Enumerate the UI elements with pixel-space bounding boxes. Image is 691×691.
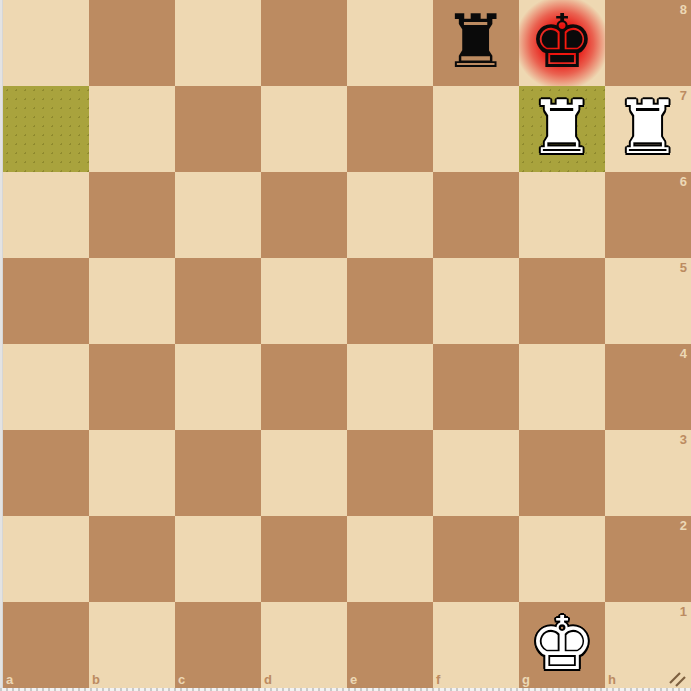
black-king[interactable]: ♚ bbox=[519, 0, 605, 86]
file-label-f: f bbox=[436, 673, 440, 686]
square-c5[interactable] bbox=[175, 258, 261, 344]
square-f6[interactable] bbox=[433, 172, 519, 258]
square-a5[interactable] bbox=[3, 258, 89, 344]
rank-label-6: 6 bbox=[680, 175, 687, 188]
square-h6[interactable]: 6 bbox=[605, 172, 691, 258]
white-rook[interactable]: ♜ bbox=[605, 86, 691, 172]
square-b2[interactable] bbox=[89, 516, 175, 602]
square-e3[interactable] bbox=[347, 430, 433, 516]
square-a7[interactable] bbox=[3, 86, 89, 172]
square-f7[interactable] bbox=[433, 86, 519, 172]
square-c2[interactable] bbox=[175, 516, 261, 602]
square-f5[interactable] bbox=[433, 258, 519, 344]
square-d7[interactable] bbox=[261, 86, 347, 172]
square-b1[interactable]: b bbox=[89, 602, 175, 688]
square-h8[interactable]: 8 bbox=[605, 0, 691, 86]
square-b7[interactable] bbox=[89, 86, 175, 172]
file-label-b: b bbox=[92, 673, 100, 686]
square-e8[interactable] bbox=[347, 0, 433, 86]
rank-label-2: 2 bbox=[680, 519, 687, 532]
square-e6[interactable] bbox=[347, 172, 433, 258]
square-h2[interactable]: 2 bbox=[605, 516, 691, 602]
rank-label-1: 1 bbox=[680, 605, 687, 618]
square-d8[interactable] bbox=[261, 0, 347, 86]
square-g1[interactable]: ♚g bbox=[519, 602, 605, 688]
square-f1[interactable]: f bbox=[433, 602, 519, 688]
square-d2[interactable] bbox=[261, 516, 347, 602]
square-a3[interactable] bbox=[3, 430, 89, 516]
square-g3[interactable] bbox=[519, 430, 605, 516]
square-a8[interactable] bbox=[3, 0, 89, 86]
square-h3[interactable]: 3 bbox=[605, 430, 691, 516]
square-d6[interactable] bbox=[261, 172, 347, 258]
square-a1[interactable]: a bbox=[3, 602, 89, 688]
white-rook[interactable]: ♜ bbox=[519, 86, 605, 172]
square-c8[interactable] bbox=[175, 0, 261, 86]
square-h4[interactable]: 4 bbox=[605, 344, 691, 430]
file-label-e: e bbox=[350, 673, 357, 686]
square-d5[interactable] bbox=[261, 258, 347, 344]
rank-label-5: 5 bbox=[680, 261, 687, 274]
square-d3[interactable] bbox=[261, 430, 347, 516]
square-g2[interactable] bbox=[519, 516, 605, 602]
square-a6[interactable] bbox=[3, 172, 89, 258]
square-e4[interactable] bbox=[347, 344, 433, 430]
square-e1[interactable]: e bbox=[347, 602, 433, 688]
square-h7[interactable]: ♜7 bbox=[605, 86, 691, 172]
square-c7[interactable] bbox=[175, 86, 261, 172]
board-resize-handle-icon[interactable] bbox=[667, 670, 687, 688]
square-c6[interactable] bbox=[175, 172, 261, 258]
chess-board: ♜♚8♜♜765432abcdef♚gh1 bbox=[3, 0, 691, 688]
square-f3[interactable] bbox=[433, 430, 519, 516]
square-a4[interactable] bbox=[3, 344, 89, 430]
square-b6[interactable] bbox=[89, 172, 175, 258]
square-g4[interactable] bbox=[519, 344, 605, 430]
chess-page: ♜♚8♜♜765432abcdef♚gh1 bbox=[0, 0, 691, 691]
rank-label-4: 4 bbox=[680, 347, 687, 360]
square-g8[interactable]: ♚ bbox=[519, 0, 605, 86]
square-c1[interactable]: c bbox=[175, 602, 261, 688]
square-f8[interactable]: ♜ bbox=[433, 0, 519, 86]
square-b3[interactable] bbox=[89, 430, 175, 516]
square-g5[interactable] bbox=[519, 258, 605, 344]
square-c3[interactable] bbox=[175, 430, 261, 516]
square-b8[interactable] bbox=[89, 0, 175, 86]
black-rook[interactable]: ♜ bbox=[433, 0, 519, 86]
square-g7[interactable]: ♜ bbox=[519, 86, 605, 172]
file-label-d: d bbox=[264, 673, 272, 686]
square-b5[interactable] bbox=[89, 258, 175, 344]
square-d1[interactable]: d bbox=[261, 602, 347, 688]
square-f4[interactable] bbox=[433, 344, 519, 430]
rank-label-3: 3 bbox=[680, 433, 687, 446]
rank-label-8: 8 bbox=[680, 3, 687, 16]
square-b4[interactable] bbox=[89, 344, 175, 430]
white-king[interactable]: ♚ bbox=[519, 602, 605, 688]
square-e2[interactable] bbox=[347, 516, 433, 602]
square-e5[interactable] bbox=[347, 258, 433, 344]
file-label-a: a bbox=[6, 673, 13, 686]
square-f2[interactable] bbox=[433, 516, 519, 602]
square-c4[interactable] bbox=[175, 344, 261, 430]
file-label-h: h bbox=[608, 673, 616, 686]
square-d4[interactable] bbox=[261, 344, 347, 430]
square-e7[interactable] bbox=[347, 86, 433, 172]
file-label-c: c bbox=[178, 673, 185, 686]
square-a2[interactable] bbox=[3, 516, 89, 602]
square-g6[interactable] bbox=[519, 172, 605, 258]
square-h5[interactable]: 5 bbox=[605, 258, 691, 344]
